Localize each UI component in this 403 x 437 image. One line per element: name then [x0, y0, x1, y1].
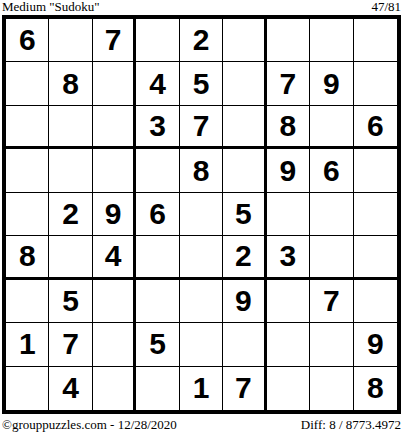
cell-r3c6[interactable] [223, 106, 266, 149]
cell-r3c7: 8 [267, 106, 310, 149]
cell-r4c7: 9 [267, 149, 310, 192]
cell-r5c3: 9 [93, 193, 136, 236]
cell-r7c7[interactable] [267, 280, 310, 323]
cell-r3c8[interactable] [310, 106, 353, 149]
page-title: Medium "Sudoku" [2, 0, 100, 14]
cell-r1c5: 2 [180, 19, 223, 62]
cell-r9c7[interactable] [267, 367, 310, 410]
cell-r4c1[interactable] [6, 149, 49, 192]
cell-r1c8[interactable] [310, 19, 353, 62]
cell-r1c4[interactable] [136, 19, 179, 62]
cell-r8c6[interactable] [223, 323, 266, 366]
cell-r5c4: 6 [136, 193, 179, 236]
cell-r2c2: 8 [49, 62, 92, 105]
cell-r8c4: 5 [136, 323, 179, 366]
sudoku-board: 6728457937868962965842359717594178 [2, 15, 401, 414]
cell-r5c9[interactable] [354, 193, 397, 236]
cell-r4c3[interactable] [93, 149, 136, 192]
cell-r7c2: 5 [49, 280, 92, 323]
cell-r6c1: 8 [6, 236, 49, 279]
cell-r7c6: 9 [223, 280, 266, 323]
cell-r1c2[interactable] [49, 19, 92, 62]
difficulty-text: Diff: 8 / 8773.4972 [301, 417, 401, 433]
cell-r1c3: 7 [93, 19, 136, 62]
cell-r3c3[interactable] [93, 106, 136, 149]
cell-r5c6: 5 [223, 193, 266, 236]
cell-r8c3[interactable] [93, 323, 136, 366]
cell-r7c3[interactable] [93, 280, 136, 323]
cell-r2c8: 9 [310, 62, 353, 105]
cell-r8c8[interactable] [310, 323, 353, 366]
cell-r1c6[interactable] [223, 19, 266, 62]
cell-r5c5[interactable] [180, 193, 223, 236]
cell-r2c3[interactable] [93, 62, 136, 105]
cell-r6c2[interactable] [49, 236, 92, 279]
cell-r5c2: 2 [49, 193, 92, 236]
cell-r6c7: 3 [267, 236, 310, 279]
cell-r9c8[interactable] [310, 367, 353, 410]
sudoku-page: Medium "Sudoku" 47/81 672845793786896296… [0, 0, 403, 437]
cell-r8c9: 9 [354, 323, 397, 366]
cell-r9c3[interactable] [93, 367, 136, 410]
cell-r9c6: 7 [223, 367, 266, 410]
cell-r4c8: 6 [310, 149, 353, 192]
cell-r2c9[interactable] [354, 62, 397, 105]
cell-r2c5: 5 [180, 62, 223, 105]
cell-r3c5: 7 [180, 106, 223, 149]
cell-r6c9[interactable] [354, 236, 397, 279]
cell-r3c2[interactable] [49, 106, 92, 149]
cell-r3c4: 3 [136, 106, 179, 149]
cell-r9c9: 8 [354, 367, 397, 410]
cell-r1c9[interactable] [354, 19, 397, 62]
cell-r4c9[interactable] [354, 149, 397, 192]
cell-r6c3: 4 [93, 236, 136, 279]
copyright-text: ©grouppuzzles.com - 12/28/2020 [2, 417, 177, 433]
cell-r9c2: 4 [49, 367, 92, 410]
cell-r8c1: 1 [6, 323, 49, 366]
cell-r9c5: 1 [180, 367, 223, 410]
cell-r1c7[interactable] [267, 19, 310, 62]
header: Medium "Sudoku" 47/81 [0, 0, 403, 15]
cell-r2c7: 7 [267, 62, 310, 105]
cell-r5c8[interactable] [310, 193, 353, 236]
empty-cells-counter: 47/81 [371, 0, 401, 14]
cell-r8c7[interactable] [267, 323, 310, 366]
cell-r2c4: 4 [136, 62, 179, 105]
cell-r6c4[interactable] [136, 236, 179, 279]
cell-r6c8[interactable] [310, 236, 353, 279]
cell-r4c6[interactable] [223, 149, 266, 192]
cell-r7c5[interactable] [180, 280, 223, 323]
cell-r3c9: 6 [354, 106, 397, 149]
cell-r4c4[interactable] [136, 149, 179, 192]
cell-r6c5[interactable] [180, 236, 223, 279]
cell-r5c1[interactable] [6, 193, 49, 236]
cell-r7c1[interactable] [6, 280, 49, 323]
cell-r1c1: 6 [6, 19, 49, 62]
cell-r9c4[interactable] [136, 367, 179, 410]
cell-r3c1[interactable] [6, 106, 49, 149]
cell-r2c1[interactable] [6, 62, 49, 105]
cell-r2c6[interactable] [223, 62, 266, 105]
cell-r5c7[interactable] [267, 193, 310, 236]
footer: ©grouppuzzles.com - 12/28/2020 Diff: 8 /… [0, 417, 403, 433]
cell-r8c2: 7 [49, 323, 92, 366]
cell-r4c5: 8 [180, 149, 223, 192]
cell-r7c4[interactable] [136, 280, 179, 323]
cell-r9c1[interactable] [6, 367, 49, 410]
cell-r7c8: 7 [310, 280, 353, 323]
cell-r8c5[interactable] [180, 323, 223, 366]
cell-r7c9[interactable] [354, 280, 397, 323]
cell-r6c6: 2 [223, 236, 266, 279]
cell-r4c2[interactable] [49, 149, 92, 192]
